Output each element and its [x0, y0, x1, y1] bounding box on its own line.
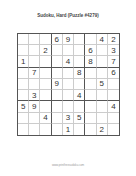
cell-r6c6: 4 — [74, 90, 85, 101]
cell-r4c1 — [18, 68, 29, 79]
footer-url: www.printfreesudoku.com — [52, 164, 84, 167]
cell-r3c1: 1 — [18, 56, 29, 67]
cell-r6c5 — [63, 90, 74, 101]
cell-r2c9: 3 — [108, 45, 119, 56]
cell-r8c2 — [29, 113, 40, 124]
page-title: Sudoku, Hard (Puzzle #4279) — [37, 13, 98, 18]
cell-r5c6 — [74, 79, 85, 90]
sudoku-grid: 69422631487786953459443512 — [17, 33, 120, 136]
cell-r9c7 — [85, 124, 96, 135]
cell-r3c6 — [74, 56, 85, 67]
cell-r1c7 — [85, 34, 96, 45]
cell-r7c3 — [40, 101, 51, 112]
cell-r3c3 — [40, 56, 51, 67]
cell-r5c8: 5 — [97, 79, 108, 90]
cell-r2c3: 2 — [40, 45, 51, 56]
cell-r6c1 — [18, 90, 29, 101]
cell-r4c8 — [97, 68, 108, 79]
cell-r8c4 — [52, 113, 63, 124]
cell-r3c8 — [97, 56, 108, 67]
cell-r9c4 — [52, 124, 63, 135]
cell-r6c2: 3 — [29, 90, 40, 101]
cell-r4c3 — [40, 68, 51, 79]
cell-r3c9: 7 — [108, 56, 119, 67]
cell-r3c2 — [29, 56, 40, 67]
cell-r8c9 — [108, 113, 119, 124]
cell-r4c7 — [85, 68, 96, 79]
cell-r6c7 — [85, 90, 96, 101]
cell-r9c5: 1 — [63, 124, 74, 135]
cell-r2c6 — [74, 45, 85, 56]
cell-r7c4 — [52, 101, 63, 112]
cell-r6c3 — [40, 90, 51, 101]
cell-r1c9: 2 — [108, 34, 119, 45]
cell-r4c9: 6 — [108, 68, 119, 79]
cell-r1c3 — [40, 34, 51, 45]
cell-r1c5: 9 — [63, 34, 74, 45]
cell-r7c2: 9 — [29, 101, 40, 112]
cell-r4c2: 7 — [29, 68, 40, 79]
cell-r2c7: 6 — [85, 45, 96, 56]
cell-r9c6 — [74, 124, 85, 135]
cell-r8c1 — [18, 113, 29, 124]
cell-r8c6: 5 — [74, 113, 85, 124]
cell-r7c8 — [97, 101, 108, 112]
cell-r5c9 — [108, 79, 119, 90]
cell-r4c5 — [63, 68, 74, 79]
cell-r8c3: 4 — [40, 113, 51, 124]
cell-r7c9: 4 — [108, 101, 119, 112]
cell-r3c4 — [52, 56, 63, 67]
cell-r2c1 — [18, 45, 29, 56]
cell-r1c4: 6 — [52, 34, 63, 45]
cell-r2c8 — [97, 45, 108, 56]
cell-r5c3 — [40, 79, 51, 90]
cell-r9c9 — [108, 124, 119, 135]
cell-r2c2 — [29, 45, 40, 56]
cell-r7c1: 5 — [18, 101, 29, 112]
cell-r4c4 — [52, 68, 63, 79]
cell-r9c3 — [40, 124, 51, 135]
cell-r6c4 — [52, 90, 63, 101]
cell-r9c8: 2 — [97, 124, 108, 135]
cell-r7c5 — [63, 101, 74, 112]
cell-r5c1 — [18, 79, 29, 90]
cell-r8c7 — [85, 113, 96, 124]
cell-r7c6 — [74, 101, 85, 112]
cell-r5c5 — [63, 79, 74, 90]
cell-r6c8 — [97, 90, 108, 101]
cell-r3c7: 8 — [85, 56, 96, 67]
cell-r2c4 — [52, 45, 63, 56]
cell-r5c2 — [29, 79, 40, 90]
cell-r4c6: 8 — [74, 68, 85, 79]
cell-r7c7 — [85, 101, 96, 112]
cell-r3c5: 4 — [63, 56, 74, 67]
cell-r5c7 — [85, 79, 96, 90]
cell-r1c8: 4 — [97, 34, 108, 45]
cell-r2c5 — [63, 45, 74, 56]
cell-r1c1 — [18, 34, 29, 45]
cell-r8c5: 3 — [63, 113, 74, 124]
cell-r1c6 — [74, 34, 85, 45]
cell-r6c9 — [108, 90, 119, 101]
cell-r9c2 — [29, 124, 40, 135]
cell-r1c2 — [29, 34, 40, 45]
cell-r5c4: 9 — [52, 79, 63, 90]
cell-r8c8 — [97, 113, 108, 124]
cell-r9c1 — [18, 124, 29, 135]
